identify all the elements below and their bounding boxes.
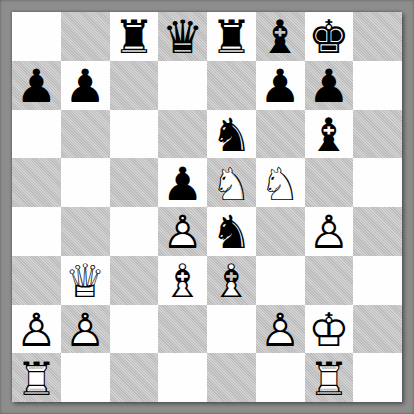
square-d4[interactable]: ♟♙ [158,207,207,256]
piece-glyph: ♝ [305,110,354,159]
square-f6[interactable] [256,110,305,159]
piece-black-pawn: ♟ [12,61,61,110]
piece-glyph: ♚ [305,12,354,61]
piece-glyph: ♟ [305,61,354,110]
square-h2[interactable] [353,305,402,354]
piece-outline: ♙ [12,305,61,354]
square-c1[interactable] [110,353,159,402]
piece-glyph: ♜ [110,12,159,61]
piece-white-pawn: ♟♙ [61,305,110,354]
square-d1[interactable] [158,353,207,402]
piece-outline: ♖ [12,353,61,402]
piece-black-knight: ♞ [207,207,256,256]
square-a1[interactable]: ♜♖ [12,353,61,402]
square-b7[interactable]: ♟ [61,61,110,110]
square-c7[interactable] [110,61,159,110]
square-f5[interactable]: ♞♘ [256,158,305,207]
piece-white-bishop: ♝♗ [207,256,256,305]
piece-outline: ♙ [61,305,110,354]
piece-white-pawn: ♟♙ [158,207,207,256]
square-b2[interactable]: ♟♙ [61,305,110,354]
piece-glyph: ♜ [207,12,256,61]
square-a7[interactable]: ♟ [12,61,61,110]
square-c5[interactable] [110,158,159,207]
square-f1[interactable] [256,353,305,402]
square-e1[interactable] [207,353,256,402]
square-f7[interactable]: ♟ [256,61,305,110]
square-b5[interactable] [61,158,110,207]
square-d5[interactable]: ♟ [158,158,207,207]
square-h7[interactable] [353,61,402,110]
piece-outline: ♗ [158,256,207,305]
piece-white-pawn: ♟♙ [305,207,354,256]
square-a5[interactable] [12,158,61,207]
square-c6[interactable] [110,110,159,159]
square-e2[interactable] [207,305,256,354]
square-d7[interactable] [158,61,207,110]
piece-outline: ♖ [305,353,354,402]
square-h5[interactable] [353,158,402,207]
square-c2[interactable] [110,305,159,354]
piece-white-pawn: ♟♙ [12,305,61,354]
piece-black-pawn: ♟ [305,61,354,110]
piece-glyph: ♝ [256,12,305,61]
square-c3[interactable] [110,256,159,305]
piece-black-bishop: ♝ [256,12,305,61]
chess-board: ♜♛♜♝♚♟♟♟♟♞♝♟♞♘♞♘♟♙♞♟♙♛♕♝♗♝♗♟♙♟♙♟♙♚♔♜♖♜♖ [12,12,402,402]
square-e5[interactable]: ♞♘ [207,158,256,207]
square-g6[interactable]: ♝ [305,110,354,159]
piece-outline: ♗ [207,256,256,305]
piece-glyph: ♞ [207,207,256,256]
square-g8[interactable]: ♚ [305,12,354,61]
square-b8[interactable] [61,12,110,61]
piece-white-bishop: ♝♗ [158,256,207,305]
square-d8[interactable]: ♛ [158,12,207,61]
piece-outline: ♘ [207,158,256,207]
piece-glyph: ♟ [158,158,207,207]
square-h1[interactable] [353,353,402,402]
square-e7[interactable] [207,61,256,110]
square-e3[interactable]: ♝♗ [207,256,256,305]
square-a4[interactable] [12,207,61,256]
piece-black-bishop: ♝ [305,110,354,159]
piece-black-pawn: ♟ [158,158,207,207]
square-h6[interactable] [353,110,402,159]
square-b1[interactable] [61,353,110,402]
piece-white-rook: ♜♖ [305,353,354,402]
piece-white-pawn: ♟♙ [256,305,305,354]
square-e8[interactable]: ♜ [207,12,256,61]
square-h8[interactable] [353,12,402,61]
piece-glyph: ♛ [158,12,207,61]
piece-white-queen: ♛♕ [61,256,110,305]
piece-outline: ♙ [158,207,207,256]
piece-black-knight: ♞ [207,110,256,159]
square-f3[interactable] [256,256,305,305]
square-g5[interactable] [305,158,354,207]
square-h3[interactable] [353,256,402,305]
piece-black-pawn: ♟ [256,61,305,110]
square-f4[interactable] [256,207,305,256]
piece-outline: ♕ [61,256,110,305]
piece-black-rook: ♜ [110,12,159,61]
square-c4[interactable] [110,207,159,256]
piece-outline: ♔ [305,305,354,354]
square-f2[interactable]: ♟♙ [256,305,305,354]
piece-white-rook: ♜♖ [12,353,61,402]
square-g2[interactable]: ♚♔ [305,305,354,354]
square-g3[interactable] [305,256,354,305]
square-d2[interactable] [158,305,207,354]
piece-glyph: ♟ [256,61,305,110]
square-f8[interactable]: ♝ [256,12,305,61]
square-h4[interactable] [353,207,402,256]
piece-glyph: ♞ [207,110,256,159]
square-b6[interactable] [61,110,110,159]
square-a8[interactable] [12,12,61,61]
square-d3[interactable]: ♝♗ [158,256,207,305]
square-g4[interactable]: ♟♙ [305,207,354,256]
piece-white-king: ♚♔ [305,305,354,354]
square-c8[interactable]: ♜ [110,12,159,61]
piece-black-king: ♚ [305,12,354,61]
piece-outline: ♙ [256,305,305,354]
square-a2[interactable]: ♟♙ [12,305,61,354]
square-e6[interactable]: ♞ [207,110,256,159]
piece-white-knight: ♞♘ [256,158,305,207]
piece-white-knight: ♞♘ [207,158,256,207]
square-g1[interactable]: ♜♖ [305,353,354,402]
square-a6[interactable] [12,110,61,159]
square-g7[interactable]: ♟ [305,61,354,110]
piece-outline: ♙ [305,207,354,256]
piece-glyph: ♟ [12,61,61,110]
piece-black-pawn: ♟ [61,61,110,110]
board-frame: ♜♛♜♝♚♟♟♟♟♞♝♟♞♘♞♘♟♙♞♟♙♛♕♝♗♝♗♟♙♟♙♟♙♚♔♜♖♜♖ [0,0,414,414]
piece-glyph: ♟ [61,61,110,110]
piece-black-queen: ♛ [158,12,207,61]
square-b3[interactable]: ♛♕ [61,256,110,305]
square-b4[interactable] [61,207,110,256]
piece-black-rook: ♜ [207,12,256,61]
square-d6[interactable] [158,110,207,159]
square-e4[interactable]: ♞ [207,207,256,256]
piece-outline: ♘ [256,158,305,207]
square-a3[interactable] [12,256,61,305]
